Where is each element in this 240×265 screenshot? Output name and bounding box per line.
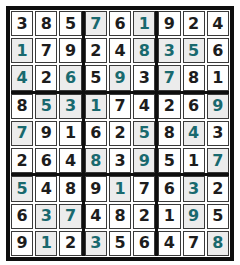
sudoku-cell-r2c1[interactable]: 1: [11, 38, 33, 63]
sudoku-cell-r5c2[interactable]: 9: [35, 121, 57, 146]
sudoku-cell-r6c3[interactable]: 4: [59, 148, 81, 173]
sudoku-boxes-grid: 3851794267612485939243567818537912641746…: [11, 11, 229, 256]
sudoku-box-6: 269843517: [158, 94, 229, 174]
sudoku-cell-r2c7[interactable]: 3: [158, 38, 180, 63]
sudoku-cell-r7c1[interactable]: 5: [11, 176, 33, 201]
sudoku-cell-r1c8[interactable]: 2: [183, 11, 205, 36]
sudoku-cell-r3c3[interactable]: 6: [59, 65, 81, 90]
sudoku-box-1: 385179426: [11, 11, 82, 91]
sudoku-cell-r5c6[interactable]: 5: [133, 121, 155, 146]
sudoku-cell-r8c6[interactable]: 2: [133, 204, 155, 229]
sudoku-cell-r7c9[interactable]: 2: [207, 176, 229, 201]
sudoku-cell-r4c9[interactable]: 9: [207, 94, 229, 119]
sudoku-cell-r1c1[interactable]: 3: [11, 11, 33, 36]
sudoku-cell-r4c7[interactable]: 2: [158, 94, 180, 119]
sudoku-board: 3851794267612485939243567818537912641746…: [6, 6, 234, 261]
sudoku-cell-r2c4[interactable]: 2: [85, 38, 107, 63]
sudoku-cell-r9c8[interactable]: 7: [183, 231, 205, 256]
sudoku-cell-r7c4[interactable]: 9: [85, 176, 107, 201]
sudoku-cell-r6c8[interactable]: 1: [183, 148, 205, 173]
sudoku-cell-r9c7[interactable]: 4: [158, 231, 180, 256]
sudoku-cell-r5c4[interactable]: 6: [85, 121, 107, 146]
sudoku-cell-r3c9[interactable]: 1: [207, 65, 229, 90]
sudoku-box-3: 924356781: [158, 11, 229, 91]
sudoku-cell-r9c2[interactable]: 1: [35, 231, 57, 256]
sudoku-cell-r7c5[interactable]: 1: [109, 176, 131, 201]
sudoku-cell-r2c2[interactable]: 7: [35, 38, 57, 63]
sudoku-box-4: 853791264: [11, 94, 82, 174]
sudoku-cell-r6c5[interactable]: 3: [109, 148, 131, 173]
sudoku-cell-r9c5[interactable]: 5: [109, 231, 131, 256]
sudoku-cell-r1c2[interactable]: 8: [35, 11, 57, 36]
sudoku-cell-r8c3[interactable]: 7: [59, 204, 81, 229]
sudoku-cell-r3c7[interactable]: 7: [158, 65, 180, 90]
sudoku-cell-r5c3[interactable]: 1: [59, 121, 81, 146]
sudoku-cell-r4c5[interactable]: 7: [109, 94, 131, 119]
sudoku-cell-r1c7[interactable]: 9: [158, 11, 180, 36]
sudoku-cell-r1c9[interactable]: 4: [207, 11, 229, 36]
sudoku-cell-r7c6[interactable]: 7: [133, 176, 155, 201]
sudoku-cell-r6c7[interactable]: 5: [158, 148, 180, 173]
sudoku-cell-r5c1[interactable]: 7: [11, 121, 33, 146]
sudoku-box-5: 174625839: [85, 94, 156, 174]
sudoku-cell-r7c7[interactable]: 6: [158, 176, 180, 201]
sudoku-cell-r5c5[interactable]: 2: [109, 121, 131, 146]
sudoku-cell-r8c2[interactable]: 3: [35, 204, 57, 229]
sudoku-cell-r4c6[interactable]: 4: [133, 94, 155, 119]
sudoku-cell-r9c1[interactable]: 9: [11, 231, 33, 256]
sudoku-cell-r2c6[interactable]: 8: [133, 38, 155, 63]
sudoku-cell-r8c1[interactable]: 6: [11, 204, 33, 229]
sudoku-cell-r9c3[interactable]: 2: [59, 231, 81, 256]
sudoku-cell-r3c5[interactable]: 9: [109, 65, 131, 90]
sudoku-cell-r6c9[interactable]: 7: [207, 148, 229, 173]
sudoku-cell-r4c4[interactable]: 1: [85, 94, 107, 119]
sudoku-cell-r3c8[interactable]: 8: [183, 65, 205, 90]
sudoku-cell-r1c6[interactable]: 1: [133, 11, 155, 36]
sudoku-cell-r4c3[interactable]: 3: [59, 94, 81, 119]
sudoku-cell-r7c3[interactable]: 8: [59, 176, 81, 201]
sudoku-cell-r3c6[interactable]: 3: [133, 65, 155, 90]
sudoku-cell-r9c4[interactable]: 3: [85, 231, 107, 256]
sudoku-cell-r6c1[interactable]: 2: [11, 148, 33, 173]
sudoku-cell-r4c2[interactable]: 5: [35, 94, 57, 119]
sudoku-cell-r4c8[interactable]: 6: [183, 94, 205, 119]
sudoku-box-8: 917482356: [85, 176, 156, 256]
sudoku-cell-r7c8[interactable]: 3: [183, 176, 205, 201]
sudoku-cell-r1c5[interactable]: 6: [109, 11, 131, 36]
sudoku-box-9: 632195478: [158, 176, 229, 256]
sudoku-cell-r3c2[interactable]: 2: [35, 65, 57, 90]
sudoku-cell-r8c8[interactable]: 9: [183, 204, 205, 229]
sudoku-cell-r7c2[interactable]: 4: [35, 176, 57, 201]
sudoku-cell-r6c2[interactable]: 6: [35, 148, 57, 173]
sudoku-cell-r9c9[interactable]: 8: [207, 231, 229, 256]
sudoku-cell-r2c9[interactable]: 6: [207, 38, 229, 63]
sudoku-cell-r3c1[interactable]: 4: [11, 65, 33, 90]
sudoku-cell-r2c8[interactable]: 5: [183, 38, 205, 63]
sudoku-cell-r5c9[interactable]: 3: [207, 121, 229, 146]
sudoku-cell-r5c7[interactable]: 8: [158, 121, 180, 146]
sudoku-cell-r8c9[interactable]: 5: [207, 204, 229, 229]
sudoku-cell-r9c6[interactable]: 6: [133, 231, 155, 256]
sudoku-cell-r6c6[interactable]: 9: [133, 148, 155, 173]
sudoku-cell-r4c1[interactable]: 8: [11, 94, 33, 119]
sudoku-cell-r1c4[interactable]: 7: [85, 11, 107, 36]
sudoku-cell-r3c4[interactable]: 5: [85, 65, 107, 90]
sudoku-cell-r2c5[interactable]: 4: [109, 38, 131, 63]
sudoku-cell-r1c3[interactable]: 5: [59, 11, 81, 36]
sudoku-cell-r8c4[interactable]: 4: [85, 204, 107, 229]
sudoku-cell-r6c4[interactable]: 8: [85, 148, 107, 173]
sudoku-cell-r5c8[interactable]: 4: [183, 121, 205, 146]
sudoku-box-2: 761248593: [85, 11, 156, 91]
sudoku-cell-r8c7[interactable]: 1: [158, 204, 180, 229]
sudoku-box-7: 548637912: [11, 176, 82, 256]
sudoku-cell-r2c3[interactable]: 9: [59, 38, 81, 63]
sudoku-cell-r8c5[interactable]: 8: [109, 204, 131, 229]
